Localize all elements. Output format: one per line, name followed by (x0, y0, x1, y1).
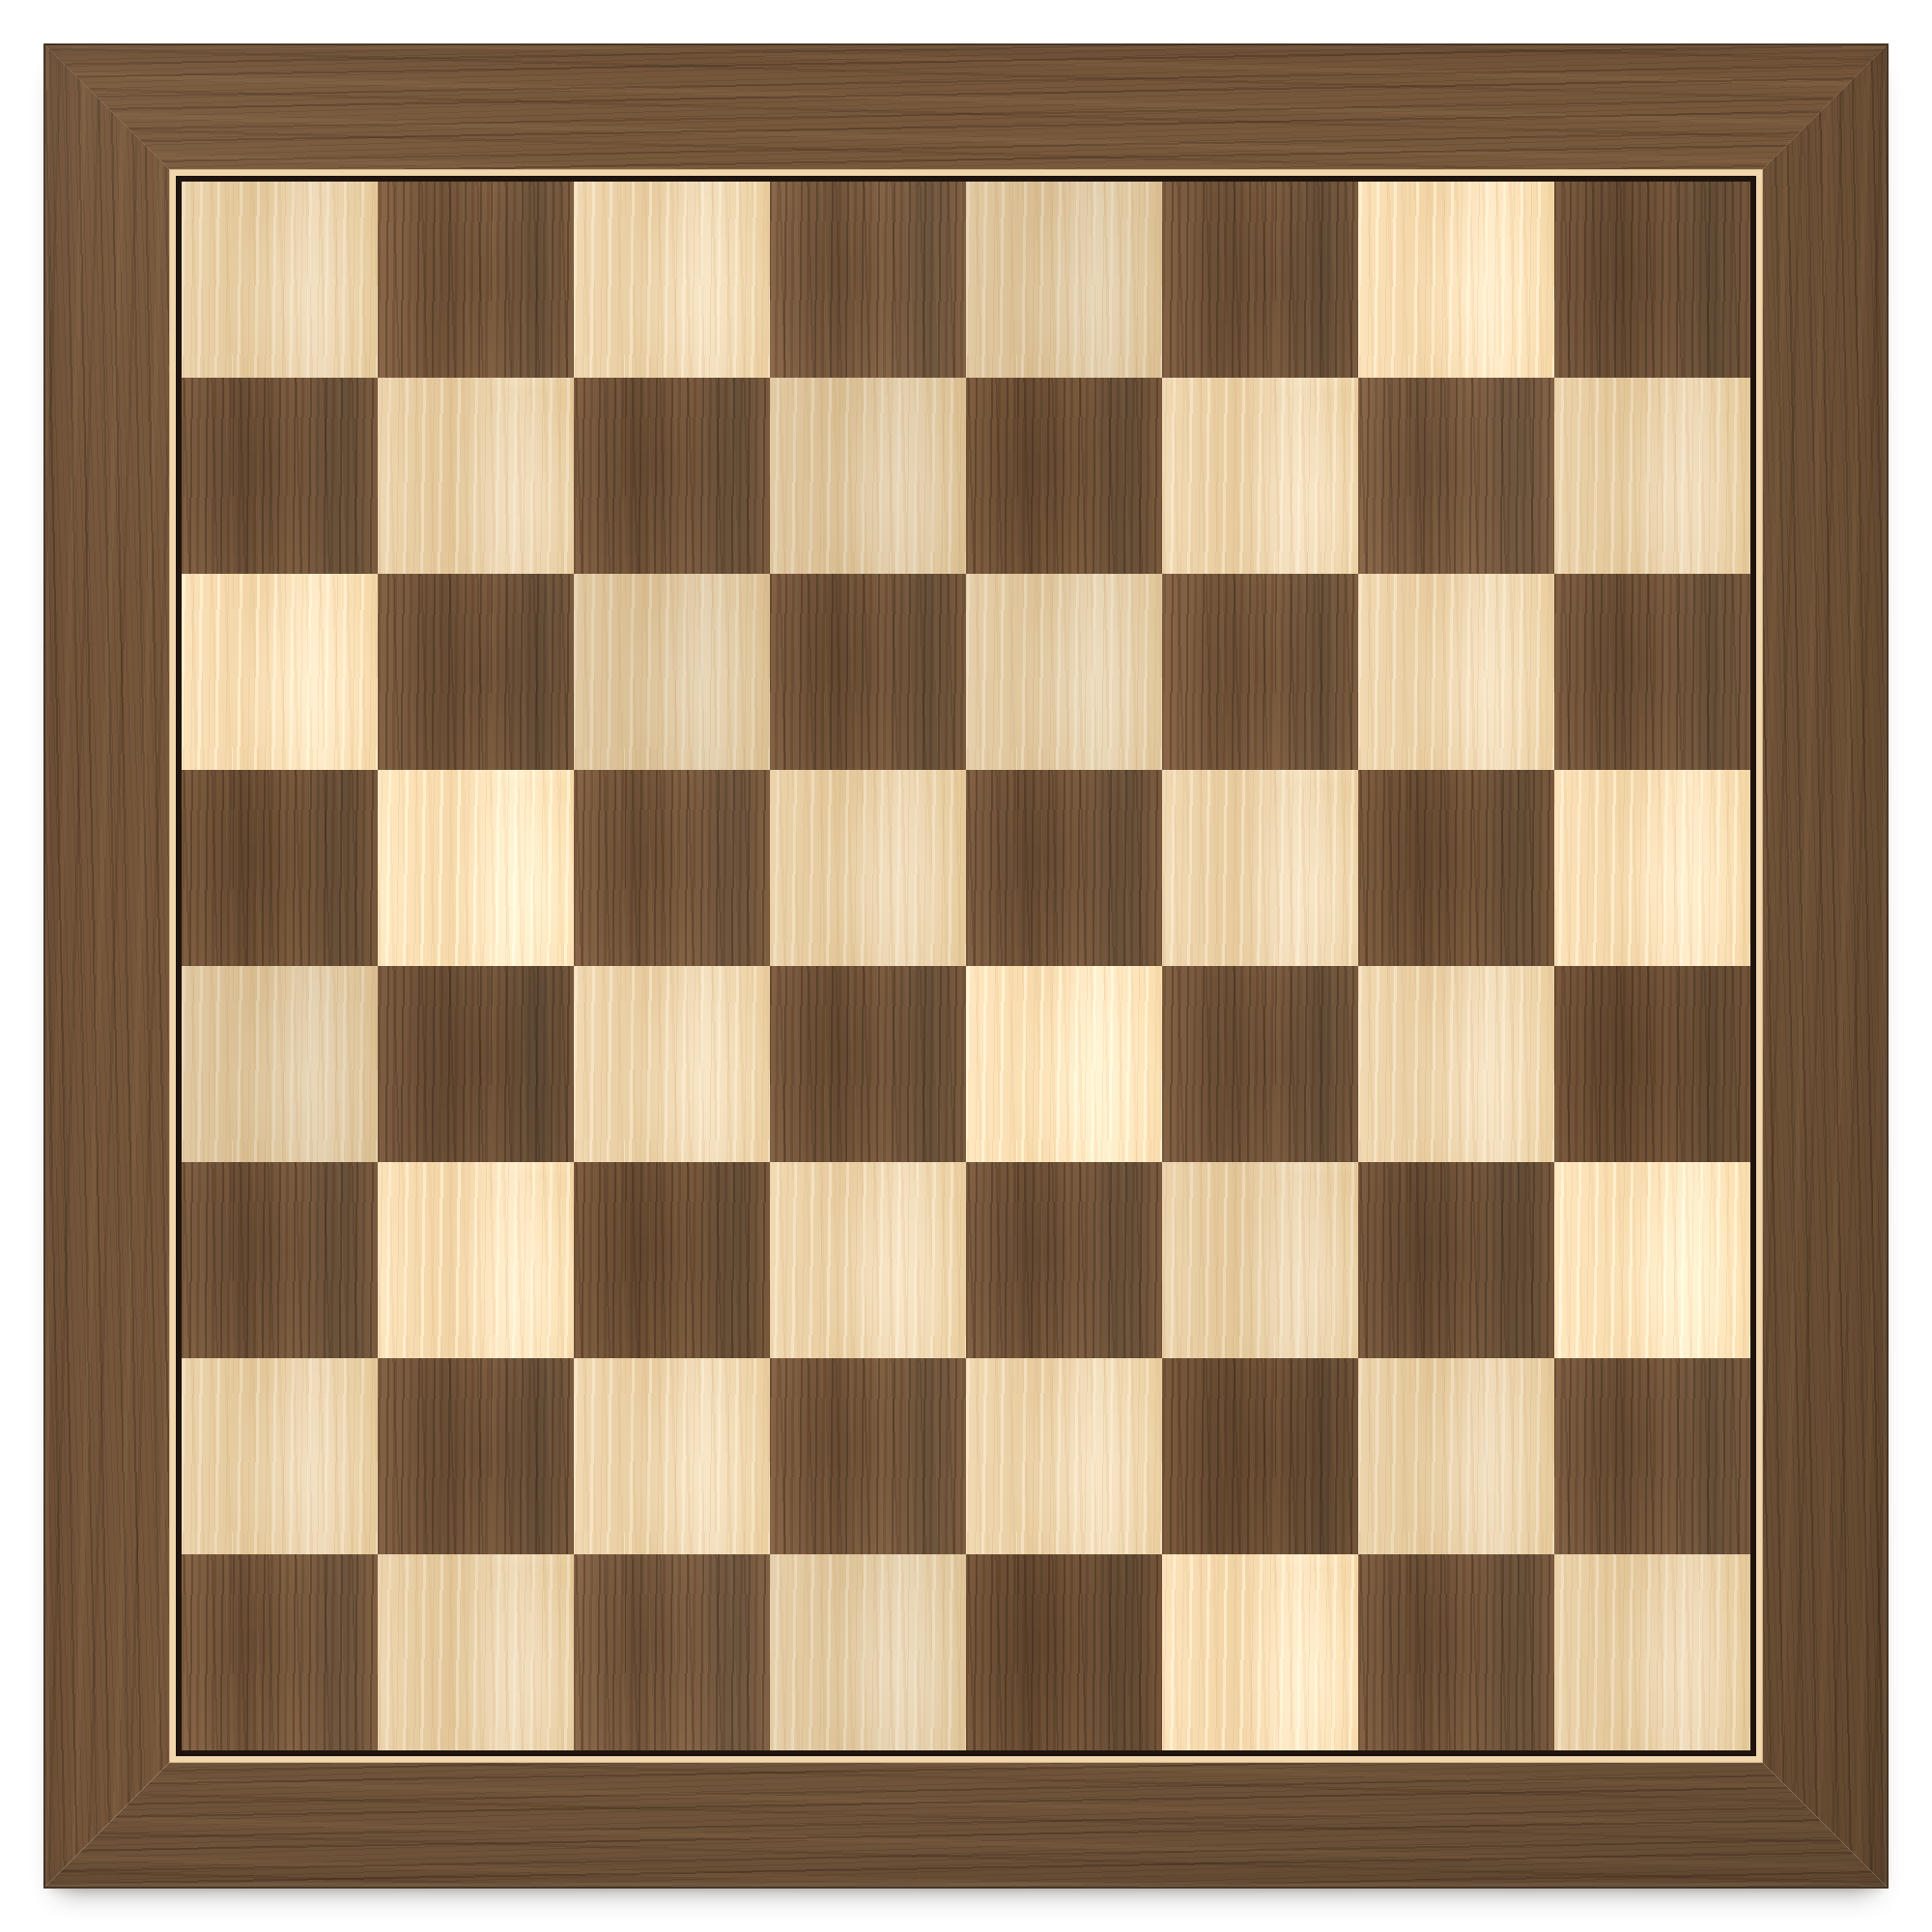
square-a7[interactable] (182, 378, 378, 574)
square-d3[interactable] (770, 1162, 966, 1358)
square-f2[interactable] (1162, 1358, 1358, 1554)
square-c5[interactable] (574, 770, 770, 966)
square-e8[interactable] (966, 182, 1162, 378)
square-g3[interactable] (1358, 1162, 1554, 1358)
square-b3[interactable] (378, 1162, 574, 1358)
square-a2[interactable] (182, 1358, 378, 1554)
square-a8[interactable] (182, 182, 378, 378)
square-c4[interactable] (574, 966, 770, 1162)
square-a1[interactable] (182, 1554, 378, 1750)
square-d7[interactable] (770, 378, 966, 574)
square-h4[interactable] (1554, 966, 1750, 1162)
square-d4[interactable] (770, 966, 966, 1162)
square-b8[interactable] (378, 182, 574, 378)
square-f4[interactable] (1162, 966, 1358, 1162)
board-squares (182, 182, 1750, 1750)
square-h3[interactable] (1554, 1162, 1750, 1358)
square-f5[interactable] (1162, 770, 1358, 966)
square-f7[interactable] (1162, 378, 1358, 574)
square-c8[interactable] (574, 182, 770, 378)
square-d2[interactable] (770, 1358, 966, 1554)
square-f6[interactable] (1162, 574, 1358, 770)
square-h1[interactable] (1554, 1554, 1750, 1750)
square-a6[interactable] (182, 574, 378, 770)
square-b1[interactable] (378, 1554, 574, 1750)
square-c7[interactable] (574, 378, 770, 574)
inlay-line-dark (176, 176, 1756, 1756)
square-h5[interactable] (1554, 770, 1750, 966)
square-g5[interactable] (1358, 770, 1554, 966)
square-h6[interactable] (1554, 574, 1750, 770)
square-h7[interactable] (1554, 378, 1750, 574)
square-e7[interactable] (966, 378, 1162, 574)
square-c2[interactable] (574, 1358, 770, 1554)
square-b5[interactable] (378, 770, 574, 966)
chess-board (43, 43, 1889, 1889)
square-f1[interactable] (1162, 1554, 1358, 1750)
square-g1[interactable] (1358, 1554, 1554, 1750)
square-g8[interactable] (1358, 182, 1554, 378)
square-e1[interactable] (966, 1554, 1162, 1750)
square-e4[interactable] (966, 966, 1162, 1162)
square-a3[interactable] (182, 1162, 378, 1358)
square-h2[interactable] (1554, 1358, 1750, 1554)
square-b7[interactable] (378, 378, 574, 574)
square-g6[interactable] (1358, 574, 1554, 770)
square-g7[interactable] (1358, 378, 1554, 574)
square-e3[interactable] (966, 1162, 1162, 1358)
square-c3[interactable] (574, 1162, 770, 1358)
square-e6[interactable] (966, 574, 1162, 770)
page-background (0, 0, 1932, 1932)
square-b2[interactable] (378, 1358, 574, 1554)
square-g4[interactable] (1358, 966, 1554, 1162)
square-a4[interactable] (182, 966, 378, 1162)
square-d6[interactable] (770, 574, 966, 770)
square-b4[interactable] (378, 966, 574, 1162)
square-f3[interactable] (1162, 1162, 1358, 1358)
square-h8[interactable] (1554, 182, 1750, 378)
square-d8[interactable] (770, 182, 966, 378)
square-a5[interactable] (182, 770, 378, 966)
square-d5[interactable] (770, 770, 966, 966)
square-e2[interactable] (966, 1358, 1162, 1554)
square-c1[interactable] (574, 1554, 770, 1750)
square-d1[interactable] (770, 1554, 966, 1750)
square-g2[interactable] (1358, 1358, 1554, 1554)
square-b6[interactable] (378, 574, 574, 770)
square-e5[interactable] (966, 770, 1162, 966)
square-c6[interactable] (574, 574, 770, 770)
inlay-line-light (169, 169, 1763, 1763)
square-f8[interactable] (1162, 182, 1358, 378)
